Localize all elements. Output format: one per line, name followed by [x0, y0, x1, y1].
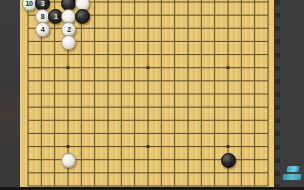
video-frame: 1038142: [0, 0, 304, 190]
move-number-label: 8: [41, 13, 44, 20]
row-coordinate-mark: [275, 53, 280, 58]
row-coordinate-mark: [275, 118, 280, 123]
row-coordinate-mark: [275, 66, 280, 71]
left-letterbox-strip: [0, 0, 20, 190]
row-coordinate-mark: [275, 13, 280, 18]
row-coordinate-mark: [275, 92, 280, 97]
black-stone[interactable]: [75, 9, 90, 24]
move-number-label: 1: [54, 13, 57, 20]
row-coordinate-mark: [275, 39, 280, 44]
row-coordinate-mark: [275, 26, 280, 31]
bottom-letterbox-strip: [0, 187, 304, 190]
row-coordinate-mark: [275, 131, 280, 136]
move-number-label: 4: [41, 26, 44, 33]
row-coordinate-mark: [275, 145, 280, 150]
go-board[interactable]: 1038142: [20, 0, 274, 188]
row-coordinate-mark: [275, 79, 280, 84]
watermark-logo-text: [283, 174, 302, 180]
row-coordinate-mark: [275, 171, 280, 176]
watermark-logo: [287, 166, 300, 172]
row-coordinate-mark: [275, 0, 280, 5]
row-coordinate-mark: [275, 105, 280, 110]
move-number-label: 2: [67, 26, 70, 33]
move-number-label: 3: [41, 0, 44, 7]
white-stone-move-4[interactable]: 4: [35, 22, 50, 37]
right-sidebar-strip: [274, 0, 304, 188]
row-coordinate-mark: [275, 158, 280, 163]
move-number-label: 10: [26, 0, 33, 7]
